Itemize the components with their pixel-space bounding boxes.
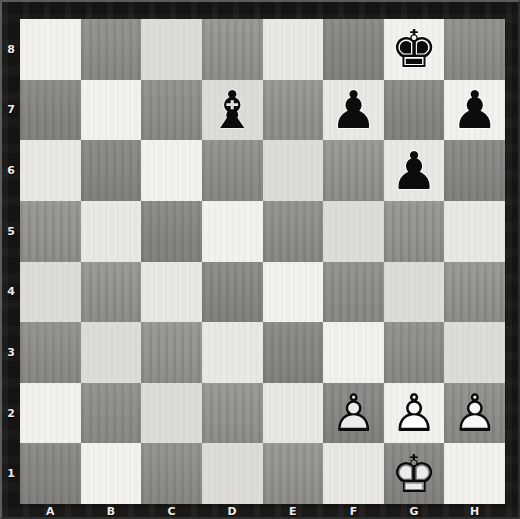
rank-label-3: 3: [2, 322, 20, 383]
square-d1[interactable]: [202, 443, 263, 504]
square-g2[interactable]: ♟♙: [384, 383, 445, 444]
king-outline-glyph: ♔: [391, 448, 438, 500]
pawn-glyph: ♟: [330, 84, 377, 136]
square-a1[interactable]: [20, 443, 81, 504]
square-c5[interactable]: [141, 201, 202, 262]
square-d3[interactable]: [202, 322, 263, 383]
square-e5[interactable]: [263, 201, 324, 262]
rank-label-4: 4: [2, 262, 20, 323]
square-e4[interactable]: [263, 262, 324, 323]
square-g3[interactable]: [384, 322, 445, 383]
square-c4[interactable]: [141, 262, 202, 323]
rank-label-1: 1: [2, 443, 20, 504]
square-h8[interactable]: [444, 19, 505, 80]
white-pawn[interactable]: ♟♙: [323, 383, 384, 444]
bishop-glyph: ♝: [209, 84, 256, 136]
square-e3[interactable]: [263, 322, 324, 383]
square-d2[interactable]: [202, 383, 263, 444]
square-g7[interactable]: [384, 80, 445, 141]
square-f7[interactable]: ♟: [323, 80, 384, 141]
pawn-outline-glyph: ♙: [451, 387, 498, 439]
file-label-f: F: [323, 504, 384, 519]
file-labels: ABCDEFGH: [20, 504, 505, 519]
file-label-g: G: [384, 504, 445, 519]
square-f1[interactable]: [323, 443, 384, 504]
rank-label-6: 6: [2, 140, 20, 201]
square-e7[interactable]: [263, 80, 324, 141]
square-c7[interactable]: [141, 80, 202, 141]
file-label-b: B: [81, 504, 142, 519]
square-b4[interactable]: [81, 262, 142, 323]
square-d5[interactable]: [202, 201, 263, 262]
square-a3[interactable]: [20, 322, 81, 383]
pawn-glyph: ♟: [391, 145, 438, 197]
chessboard-frame: 87654321 ♚♝♟♟♟♟♙♟♙♟♙♚♔ ABCDEFGH: [0, 0, 520, 519]
file-label-a: A: [20, 504, 81, 519]
pawn-outline-glyph: ♙: [391, 387, 438, 439]
square-h5[interactable]: [444, 201, 505, 262]
square-c6[interactable]: [141, 140, 202, 201]
square-f2[interactable]: ♟♙: [323, 383, 384, 444]
black-pawn[interactable]: ♟: [384, 140, 445, 201]
square-g1[interactable]: ♚♔: [384, 443, 445, 504]
square-c3[interactable]: [141, 322, 202, 383]
square-f5[interactable]: [323, 201, 384, 262]
square-h2[interactable]: ♟♙: [444, 383, 505, 444]
square-d7[interactable]: ♝: [202, 80, 263, 141]
square-c1[interactable]: [141, 443, 202, 504]
white-king[interactable]: ♚♔: [384, 443, 445, 504]
file-label-d: D: [202, 504, 263, 519]
king-glyph: ♚: [391, 23, 438, 75]
square-b5[interactable]: [81, 201, 142, 262]
rank-labels: 87654321: [2, 19, 20, 504]
square-b7[interactable]: [81, 80, 142, 141]
square-c2[interactable]: [141, 383, 202, 444]
file-label-h: H: [444, 504, 505, 519]
white-pawn[interactable]: ♟♙: [384, 383, 445, 444]
square-e2[interactable]: [263, 383, 324, 444]
rank-label-8: 8: [2, 19, 20, 80]
black-pawn[interactable]: ♟: [323, 80, 384, 141]
square-b2[interactable]: [81, 383, 142, 444]
square-d8[interactable]: [202, 19, 263, 80]
square-d4[interactable]: [202, 262, 263, 323]
square-f4[interactable]: [323, 262, 384, 323]
file-label-e: E: [263, 504, 324, 519]
square-a5[interactable]: [20, 201, 81, 262]
square-c8[interactable]: [141, 19, 202, 80]
square-g6[interactable]: ♟: [384, 140, 445, 201]
square-b8[interactable]: [81, 19, 142, 80]
square-f8[interactable]: [323, 19, 384, 80]
square-h1[interactable]: [444, 443, 505, 504]
square-h7[interactable]: ♟: [444, 80, 505, 141]
square-a7[interactable]: [20, 80, 81, 141]
file-label-c: C: [141, 504, 202, 519]
square-h4[interactable]: [444, 262, 505, 323]
square-a8[interactable]: [20, 19, 81, 80]
square-d6[interactable]: [202, 140, 263, 201]
black-king[interactable]: ♚: [384, 19, 445, 80]
square-f3[interactable]: [323, 322, 384, 383]
square-b1[interactable]: [81, 443, 142, 504]
square-g5[interactable]: [384, 201, 445, 262]
board: ♚♝♟♟♟♟♙♟♙♟♙♚♔: [20, 19, 505, 504]
rank-label-7: 7: [2, 80, 20, 141]
rank-label-2: 2: [2, 383, 20, 444]
square-h6[interactable]: [444, 140, 505, 201]
square-g8[interactable]: ♚: [384, 19, 445, 80]
square-e8[interactable]: [263, 19, 324, 80]
pawn-outline-glyph: ♙: [330, 387, 377, 439]
white-pawn[interactable]: ♟♙: [444, 383, 505, 444]
rank-label-5: 5: [2, 201, 20, 262]
black-bishop[interactable]: ♝: [202, 80, 263, 141]
square-a2[interactable]: [20, 383, 81, 444]
square-e1[interactable]: [263, 443, 324, 504]
square-g4[interactable]: [384, 262, 445, 323]
square-b3[interactable]: [81, 322, 142, 383]
black-pawn[interactable]: ♟: [444, 80, 505, 141]
square-b6[interactable]: [81, 140, 142, 201]
square-e6[interactable]: [263, 140, 324, 201]
pawn-glyph: ♟: [451, 84, 498, 136]
square-h3[interactable]: [444, 322, 505, 383]
square-f6[interactable]: [323, 140, 384, 201]
square-a6[interactable]: [20, 140, 81, 201]
square-a4[interactable]: [20, 262, 81, 323]
